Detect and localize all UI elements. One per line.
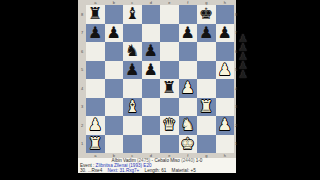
square-f2[interactable]: ♞ [179, 116, 198, 135]
square-d5[interactable]: ♟ [142, 61, 161, 80]
black-pawn-piece[interactable]: ♟ [181, 25, 195, 41]
letterbox-bottom [78, 173, 236, 180]
square-a6[interactable] [86, 42, 105, 61]
square-f1[interactable]: ♚ [179, 135, 198, 154]
square-f3[interactable] [179, 98, 198, 117]
square-c1[interactable] [123, 135, 142, 154]
rank-label-8: 8 [79, 5, 85, 24]
square-h4[interactable] [216, 79, 235, 98]
square-a3[interactable] [86, 98, 105, 117]
square-e1[interactable] [160, 135, 179, 154]
square-b5[interactable] [105, 61, 124, 80]
black-pawn-piece[interactable]: ♟ [144, 43, 158, 59]
square-e2[interactable]: ♛ [160, 116, 179, 135]
black-pawn-piece[interactable]: ♟ [88, 25, 102, 41]
black-pawn-piece[interactable]: ♟ [218, 25, 232, 41]
black-bishop-piece[interactable]: ♝ [125, 6, 139, 22]
black-knight-piece[interactable]: ♞ [125, 43, 139, 59]
square-c8[interactable]: ♝ [123, 5, 142, 24]
black-rook-piece[interactable]: ♜ [88, 6, 102, 22]
letterbox-right [236, 0, 320, 180]
rank-labels-left: 87654321 [79, 5, 85, 153]
black-rook-piece[interactable]: ♜ [162, 80, 176, 96]
square-a4[interactable] [86, 79, 105, 98]
square-d2[interactable] [142, 116, 161, 135]
square-b4[interactable] [105, 79, 124, 98]
next-move: Next: 31.Rxg7+ [108, 168, 140, 173]
rank-label-5: 5 [79, 61, 85, 80]
square-d3[interactable] [142, 98, 161, 117]
square-f4[interactable]: ♟ [179, 79, 198, 98]
square-g5[interactable] [197, 61, 216, 80]
white-pawn-piece[interactable]: ♟ [181, 80, 195, 96]
square-g8[interactable]: ♚ [197, 5, 216, 24]
square-g1[interactable] [197, 135, 216, 154]
rank-label-3: 3 [79, 98, 85, 117]
material-balance: Material: +5 [172, 168, 196, 173]
square-d6[interactable]: ♟ [142, 42, 161, 61]
game-result: 1-0 [196, 158, 203, 163]
square-f7[interactable]: ♟ [179, 24, 198, 43]
square-g3[interactable]: ♜ [197, 98, 216, 117]
square-c3[interactable]: ♝ [123, 98, 142, 117]
square-e4[interactable]: ♜ [160, 79, 179, 98]
game-length: Length: 61 [145, 168, 167, 173]
square-e6[interactable] [160, 42, 179, 61]
square-b7[interactable]: ♟ [105, 24, 124, 43]
rank-label-4: 4 [79, 79, 85, 98]
letterbox-left [0, 0, 78, 180]
square-c6[interactable]: ♞ [123, 42, 142, 61]
square-d1[interactable] [142, 135, 161, 154]
square-g6[interactable] [197, 42, 216, 61]
white-queen-piece[interactable]: ♛ [162, 117, 176, 133]
rank-label-1: 1 [79, 135, 85, 154]
square-f6[interactable] [179, 42, 198, 61]
white-pawn-piece[interactable]: ♟ [218, 62, 232, 78]
black-pawn-piece[interactable]: ♟ [107, 25, 121, 41]
square-b3[interactable] [105, 98, 124, 117]
square-g7[interactable]: ♟ [197, 24, 216, 43]
white-bishop-piece[interactable]: ♝ [125, 99, 139, 115]
black-king-piece[interactable]: ♚ [199, 6, 213, 22]
square-b8[interactable] [105, 5, 124, 24]
black-pawn-piece[interactable]: ♟ [199, 25, 213, 41]
move-played: 30. ...Rxe4 [80, 168, 102, 173]
captured-pieces-tray: ♟♟♟♟♟ [237, 34, 249, 79]
rank-label-2: 2 [79, 116, 85, 135]
square-a2[interactable]: ♟ [86, 116, 105, 135]
rank-label-6: 6 [79, 42, 85, 61]
square-f8[interactable] [179, 5, 198, 24]
square-c2[interactable] [123, 116, 142, 135]
chess-board[interactable]: ♜♝♚♟♟♟♟♟♞♟♟♟♟♜♟♝♜♟♛♞♟♜♚ [86, 5, 234, 153]
square-g2[interactable] [197, 116, 216, 135]
white-king-piece[interactable]: ♚ [181, 136, 195, 152]
black-pawn-piece[interactable]: ♟ [125, 62, 139, 78]
square-g4[interactable] [197, 79, 216, 98]
video-frame: abcdefgh 87654321 87654321 abcdefgh ♜♝♚♟… [0, 0, 320, 180]
square-b2[interactable] [105, 116, 124, 135]
square-h7[interactable]: ♟ [216, 24, 235, 43]
square-d7[interactable] [142, 24, 161, 43]
square-h8[interactable] [216, 5, 235, 24]
black-player-name: Cebalo Miso [154, 158, 180, 163]
square-a7[interactable]: ♟ [86, 24, 105, 43]
square-e7[interactable] [160, 24, 179, 43]
square-b6[interactable] [105, 42, 124, 61]
square-f5[interactable] [179, 61, 198, 80]
black-pawn-piece[interactable]: ♟ [144, 62, 158, 78]
square-c7[interactable] [123, 24, 142, 43]
square-a5[interactable] [86, 61, 105, 80]
square-h6[interactable] [216, 42, 235, 61]
white-knight-piece[interactable]: ♞ [181, 117, 195, 133]
white-pawn-piece[interactable]: ♟ [218, 117, 232, 133]
black-player-elo: (2440) [181, 158, 194, 163]
square-c4[interactable] [123, 79, 142, 98]
game-info-footer: Albin Vadim (2475) - Cebalo Miso (2440) … [78, 158, 236, 173]
square-e8[interactable] [160, 5, 179, 24]
move-info-line: 30. ...Rxe4 Next: 31.Rxg7+ Length: 61 Ma… [78, 168, 236, 173]
square-a1[interactable]: ♜ [86, 135, 105, 154]
square-e5[interactable] [160, 61, 179, 80]
square-h5[interactable]: ♟ [216, 61, 235, 80]
square-d8[interactable] [142, 5, 161, 24]
square-h3[interactable] [216, 98, 235, 117]
white-pawn-piece[interactable]: ♟ [88, 117, 102, 133]
square-d4[interactable] [142, 79, 161, 98]
square-a8[interactable]: ♜ [86, 5, 105, 24]
square-e3[interactable] [160, 98, 179, 117]
white-rook-piece[interactable]: ♜ [88, 136, 102, 152]
captured-black-pawn-icon: ♟ [238, 70, 248, 79]
square-b1[interactable] [105, 135, 124, 154]
rank-label-7: 7 [79, 24, 85, 43]
white-rook-piece[interactable]: ♜ [199, 99, 213, 115]
square-h2[interactable]: ♟ [216, 116, 235, 135]
square-c5[interactable]: ♟ [123, 61, 142, 80]
square-h1[interactable] [216, 135, 235, 154]
